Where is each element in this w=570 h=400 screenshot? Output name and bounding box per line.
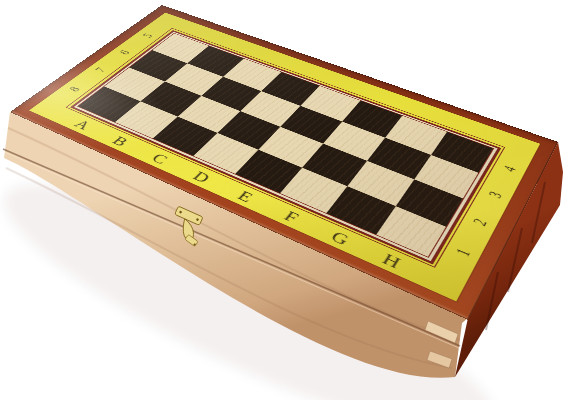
product-photo-chess-box: ABCDEFGH56784321 bbox=[0, 0, 570, 400]
